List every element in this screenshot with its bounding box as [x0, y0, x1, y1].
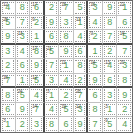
cell-r2c5[interactable]: 3	[59, 16, 74, 31]
cage-border	[118, 31, 131, 42]
cell-r1c7[interactable]: 163	[88, 1, 103, 16]
cell-r4c8[interactable]: 2	[103, 45, 118, 60]
cage-border	[2, 2, 14, 14]
cage-sum-label: 12	[3, 2, 8, 7]
cell-digit: 1	[88, 45, 102, 59]
cage-border	[31, 2, 42, 14]
cell-r5c5[interactable]: 111	[59, 59, 74, 74]
cage-border	[31, 75, 42, 86]
cell-digit: 1	[59, 59, 73, 73]
cell-r8c5[interactable]: 195	[59, 103, 74, 118]
cell-r6c5[interactable]: 4	[59, 74, 74, 89]
cell-r8c2[interactable]: 9	[16, 103, 31, 118]
cell-digit: 2	[103, 45, 117, 59]
cage-sum-label: 11	[61, 60, 65, 65]
cell-digit: 8	[16, 1, 30, 15]
cage-border	[17, 17, 29, 29]
cage-border	[17, 2, 29, 14]
cage-border	[46, 60, 58, 72]
cell-digit: 7	[1, 74, 15, 87]
cage-border	[75, 2, 86, 14]
cage-border	[75, 89, 86, 101]
cell-digit: 4	[59, 74, 73, 87]
cage-border	[75, 60, 86, 72]
cell-r2c1[interactable]: 265	[1, 16, 16, 31]
cell-digit: 9	[1, 30, 15, 43]
cell-r2c4[interactable]: 9	[45, 16, 60, 31]
cage-border	[46, 17, 58, 29]
cell-digit: 3	[16, 30, 30, 43]
cell-r7c3[interactable]: 4	[30, 88, 45, 103]
cage-sum-label: 14	[32, 104, 37, 109]
cage-sum-label: 14	[119, 31, 124, 36]
cell-digit: 9	[30, 59, 43, 73]
cell-digit: 3	[88, 1, 102, 15]
cage-border	[46, 89, 58, 101]
cell-r9c3[interactable]: 3	[30, 117, 45, 132]
cell-r7c2[interactable]: 245	[16, 88, 31, 103]
cage-border	[60, 75, 72, 86]
cage-sum-label: 13	[18, 31, 23, 36]
cage-border	[118, 104, 131, 116]
cell-r3c2[interactable]: 133	[16, 30, 31, 45]
cage-border	[89, 2, 101, 14]
cell-r9c5[interactable]: 6	[59, 117, 74, 132]
cage-sum-label: 20	[119, 60, 124, 65]
cage-border	[89, 31, 101, 42]
cage-sum-label: 3	[105, 104, 107, 109]
cage-border	[31, 17, 42, 29]
cell-r5c8[interactable]: 134	[103, 59, 118, 74]
cage-sum-label: 28	[76, 89, 81, 94]
cell-digit: 8	[30, 45, 43, 59]
cage-border	[89, 60, 101, 72]
cage-border	[118, 60, 131, 72]
cell-digit: 6	[59, 117, 73, 132]
cell-digit: 5	[30, 74, 43, 87]
cage-sum-label: 17	[32, 2, 37, 7]
cage-border	[104, 60, 116, 72]
cage-border	[104, 118, 116, 131]
cell-r3c4[interactable]: 6	[45, 30, 60, 45]
cell-r5c4[interactable]: 7	[45, 59, 60, 74]
cell-r7c5[interactable]: 2	[59, 88, 74, 103]
cell-digit: 8	[59, 30, 73, 43]
cage-border	[2, 104, 14, 116]
cage-border	[89, 104, 101, 116]
cage-border	[2, 60, 14, 72]
cage-border	[2, 17, 14, 29]
cage-border	[46, 104, 58, 116]
cell-digit: 8	[1, 88, 15, 102]
cell-digit: 6	[16, 59, 30, 73]
cage-border	[104, 46, 116, 58]
cell-r3c9[interactable]: 145	[117, 30, 132, 45]
cage-sum-label: 13	[76, 17, 81, 22]
cell-digit: 9	[88, 74, 102, 87]
cage-border	[118, 118, 131, 131]
cell-r6c6[interactable]: 2	[74, 74, 89, 89]
cage-border	[60, 2, 72, 14]
cell-r2c3[interactable]: 92	[30, 16, 45, 31]
cell-digit: 1	[16, 74, 30, 87]
cage-border	[104, 89, 116, 101]
cell-r9c2[interactable]: 2	[16, 117, 31, 132]
cage-border	[75, 104, 86, 116]
cage-border	[60, 60, 72, 72]
cage-border	[104, 75, 116, 86]
cell-digit: 6	[88, 88, 102, 102]
cage-sum-label: 13	[105, 60, 110, 65]
cell-r8c7[interactable]: 8	[88, 103, 103, 118]
cell-r8c1[interactable]: 6	[1, 103, 16, 118]
cage-border	[89, 17, 101, 29]
cell-digit: 8	[74, 59, 87, 73]
cell-r1c9[interactable]: 221	[117, 1, 132, 16]
cell-digit: 9	[45, 16, 59, 30]
cell-digit: 5	[74, 1, 87, 15]
cell-r2c7[interactable]: 4	[88, 16, 103, 31]
cell-r8c3[interactable]: 147	[30, 103, 45, 118]
cage-sum-label: 9	[90, 31, 92, 36]
cell-r3c5[interactable]: 8	[59, 30, 74, 45]
cage-border	[31, 89, 42, 101]
cell-digit: 7	[103, 30, 117, 43]
cell-digit: 8	[45, 117, 59, 132]
cell-digit: 1	[30, 30, 43, 43]
cell-digit: 2	[1, 59, 15, 73]
cage-border	[89, 75, 101, 86]
cell-r3c3[interactable]: 1	[30, 30, 45, 45]
cage-border	[31, 60, 42, 72]
cell-digit: 6	[103, 74, 117, 87]
cell-digit: 4	[16, 45, 30, 59]
cell-r4c3[interactable]: 178	[30, 45, 45, 60]
cell-r4c1[interactable]: 3	[1, 45, 16, 60]
cage-sum-label: 16	[3, 75, 8, 80]
cell-digit: 2	[16, 117, 30, 132]
cage-border	[60, 31, 72, 42]
cell-digit: 4	[74, 30, 87, 43]
cage-border	[17, 46, 29, 58]
cell-r4c7[interactable]: 1	[88, 45, 103, 60]
cage-border	[118, 2, 131, 14]
cage-border	[60, 46, 72, 58]
cell-digit: 6	[117, 16, 132, 30]
cell-r6c1[interactable]: 167	[1, 74, 16, 89]
cage-sum-label: 3	[47, 89, 49, 94]
cell-r6c4[interactable]: 3	[45, 74, 60, 89]
cell-digit: 2	[30, 16, 43, 30]
cage-sum-label: 15	[61, 2, 66, 7]
cell-r7c8[interactable]: 3	[103, 88, 118, 103]
cell-digit: 6	[74, 45, 87, 59]
cage-border	[104, 2, 116, 14]
cell-r9c6[interactable]: 9	[74, 117, 89, 132]
cage-border	[31, 118, 42, 131]
cell-digit: 8	[117, 74, 132, 87]
cell-digit: 3	[45, 74, 59, 87]
cell-r8c8[interactable]: 31	[103, 103, 118, 118]
cell-digit: 1	[74, 16, 87, 30]
cell-digit: 6	[45, 30, 59, 43]
cell-r4c2[interactable]: 4	[16, 45, 31, 60]
cell-digit: 3	[117, 59, 132, 73]
cell-digit: 4	[45, 103, 59, 117]
cage-sum-label: 3	[3, 118, 5, 123]
cell-r2c2[interactable]: 7	[16, 16, 31, 31]
cage-border	[60, 89, 72, 101]
cell-digit: 1	[103, 103, 117, 117]
cell-digit: 5	[45, 45, 59, 59]
cell-digit: 9	[117, 88, 132, 102]
cell-r6c2[interactable]: 1	[16, 74, 31, 89]
cage-border	[75, 31, 86, 42]
cell-r5c7[interactable]: 145	[88, 59, 103, 74]
cage-border	[17, 118, 29, 131]
cell-r7c9[interactable]: 9	[117, 88, 132, 103]
cell-digit: 5	[117, 30, 132, 43]
cell-digit: 5	[1, 16, 15, 30]
cage-border	[75, 75, 86, 86]
cage-border	[2, 118, 14, 131]
cage-sum-label: 12	[76, 104, 81, 109]
cage-sum-label: 12	[32, 75, 37, 80]
cage-border	[46, 75, 58, 86]
cage-border	[60, 17, 72, 29]
cage-sum-label: 9	[32, 17, 34, 22]
cage-border	[104, 17, 116, 29]
cage-border	[2, 31, 14, 42]
cell-digit: 7	[30, 103, 43, 117]
cage-border	[75, 118, 86, 131]
cell-r3c6[interactable]: 4	[74, 30, 89, 45]
cage-sum-label: 17	[32, 46, 37, 51]
cage-sum-label: 26	[3, 17, 8, 22]
cage-border	[75, 46, 86, 58]
cell-r6c3[interactable]: 125	[30, 74, 45, 89]
cell-r1c5[interactable]: 157	[59, 1, 74, 16]
cage-border	[118, 75, 131, 86]
cage-border	[2, 89, 14, 101]
killer-sudoku-board: 1248176215751639221265792931314869133168…	[0, 0, 133, 133]
cage-border	[17, 104, 29, 116]
cell-r8c9[interactable]: 2	[117, 103, 132, 118]
cell-digit: 3	[74, 103, 87, 117]
cell-r6c9[interactable]: 8	[117, 74, 132, 89]
cell-r1c6[interactable]: 5	[74, 1, 89, 16]
cell-digit: 2	[117, 103, 132, 117]
cell-digit: 2	[45, 1, 59, 15]
cage-border	[60, 118, 72, 131]
cage-border	[89, 46, 101, 58]
cell-r1c2[interactable]: 8	[16, 1, 31, 16]
cell-digit: 4	[88, 16, 102, 30]
cell-digit: 9	[74, 117, 87, 132]
cell-digit: 2	[88, 30, 102, 43]
cell-r2c6[interactable]: 131	[74, 16, 89, 31]
cell-digit: 2	[59, 88, 73, 102]
cage-border	[31, 104, 42, 116]
cage-sum-label: 9	[105, 118, 107, 123]
cell-r9c8[interactable]: 95	[103, 117, 118, 132]
cell-digit: 8	[103, 16, 117, 30]
cage-sum-label: 24	[18, 89, 23, 94]
cell-digit: 8	[88, 103, 102, 117]
cage-border	[118, 46, 131, 58]
cage-border	[17, 31, 29, 42]
cage-border	[75, 17, 86, 29]
cage-border	[118, 89, 131, 101]
cell-r1c4[interactable]: 2	[45, 1, 60, 16]
cell-r9c1[interactable]: 31	[1, 117, 16, 132]
cage-border	[46, 118, 58, 131]
cell-digit: 1	[45, 88, 59, 102]
cage-border	[46, 31, 58, 42]
cell-r5c1[interactable]: 2	[1, 59, 16, 74]
cell-digit: 3	[103, 88, 117, 102]
cell-r7c6[interactable]: 287	[74, 88, 89, 103]
cage-sum-label: 21	[47, 46, 52, 51]
cage-border	[118, 17, 131, 29]
cell-r7c1[interactable]: 8	[1, 88, 16, 103]
cage-border	[2, 46, 14, 58]
cage-border	[17, 60, 29, 72]
cell-r4c6[interactable]: 6	[74, 45, 89, 60]
cell-digit: 7	[45, 59, 59, 73]
cage-sum-label: 14	[90, 60, 95, 65]
cage-border	[17, 75, 29, 86]
cell-digit: 7	[74, 88, 87, 102]
cell-digit: 7	[117, 45, 132, 59]
cell-digit: 6	[1, 103, 15, 117]
cage-border	[2, 75, 14, 86]
cell-digit: 2	[74, 74, 87, 87]
cage-border	[104, 104, 116, 116]
cage-sum-label: 22	[119, 2, 124, 7]
cell-digit: 5	[16, 88, 30, 102]
cell-digit: 7	[16, 16, 30, 30]
cell-r9c7[interactable]: 7	[88, 117, 103, 132]
cell-r4c4[interactable]: 215	[45, 45, 60, 60]
cage-border	[60, 104, 72, 116]
cage-border	[46, 46, 58, 58]
cell-digit: 3	[30, 117, 43, 132]
cell-digit: 4	[1, 1, 15, 15]
cell-r2c8[interactable]: 8	[103, 16, 118, 31]
cell-digit: 7	[88, 117, 102, 132]
cage-border	[31, 46, 42, 58]
cell-r7c7[interactable]: 6	[88, 88, 103, 103]
cell-digit: 5	[59, 103, 73, 117]
cell-r6c8[interactable]: 6	[103, 74, 118, 89]
cage-sum-label: 19	[61, 104, 66, 109]
cell-r1c3[interactable]: 176	[30, 1, 45, 16]
cell-r3c7[interactable]: 92	[88, 30, 103, 45]
cell-digit: 3	[59, 16, 73, 30]
cell-digit: 5	[88, 59, 102, 73]
cell-r5c3[interactable]: 9	[30, 59, 45, 74]
cell-digit: 7	[59, 1, 73, 15]
cell-digit: 4	[30, 88, 43, 102]
cell-r8c4[interactable]: 4	[45, 103, 60, 118]
cell-digit: 1	[1, 117, 15, 132]
cell-r4c5[interactable]: 9	[59, 45, 74, 60]
cell-r8c6[interactable]: 123	[74, 103, 89, 118]
cell-r9c4[interactable]: 8	[45, 117, 60, 132]
cage-border	[89, 89, 101, 101]
cell-r2c9[interactable]: 6	[117, 16, 132, 31]
cell-digit: 9	[103, 1, 117, 15]
cage-border	[104, 31, 116, 42]
cell-r1c1[interactable]: 124	[1, 1, 16, 16]
cell-digit: 9	[16, 103, 30, 117]
cell-digit: 9	[59, 45, 73, 59]
cell-r5c9[interactable]: 203	[117, 59, 132, 74]
cell-digit: 6	[30, 1, 43, 15]
cell-digit: 4	[117, 117, 132, 132]
cell-r3c8[interactable]: 7	[103, 30, 118, 45]
cell-r4c9[interactable]: 7	[117, 45, 132, 60]
cell-digit: 4	[103, 59, 117, 73]
cell-r1c8[interactable]: 9	[103, 1, 118, 16]
cage-border	[46, 2, 58, 14]
cell-digit: 3	[1, 45, 15, 59]
cell-r5c6[interactable]: 8	[74, 59, 89, 74]
cell-digit: 1	[117, 1, 132, 15]
cell-r9c9[interactable]: 4	[117, 117, 132, 132]
cage-border	[17, 89, 29, 101]
cage-sum-label: 16	[90, 2, 95, 7]
cage-border	[89, 118, 101, 131]
cell-r5c2[interactable]: 6	[16, 59, 31, 74]
cage-border	[31, 31, 42, 42]
cell-r7c4[interactable]: 31	[45, 88, 60, 103]
cell-r6c7[interactable]: 9	[88, 74, 103, 89]
cell-r3c1[interactable]: 9	[1, 30, 16, 45]
cell-digit: 5	[103, 117, 117, 132]
